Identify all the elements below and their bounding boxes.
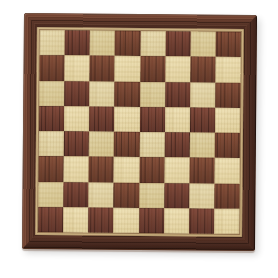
square-d2 <box>114 182 139 207</box>
product-photo <box>0 0 278 278</box>
square-c2 <box>89 182 114 207</box>
square-h1 <box>214 208 239 233</box>
square-c7 <box>90 56 115 81</box>
square-e7 <box>140 56 165 81</box>
board-frame-bottom <box>22 235 255 251</box>
square-c5 <box>89 106 114 131</box>
square-f2 <box>164 183 189 208</box>
square-c8 <box>90 31 115 56</box>
square-g7 <box>190 57 215 82</box>
square-b5 <box>64 106 89 131</box>
square-e1 <box>139 208 164 233</box>
square-f1 <box>164 208 189 233</box>
square-d7 <box>115 56 140 81</box>
square-f4 <box>164 132 189 157</box>
square-g3 <box>189 158 214 183</box>
square-e5 <box>140 107 165 132</box>
square-a8 <box>40 30 65 55</box>
board-squares-grid <box>38 30 241 234</box>
board-fillet-border <box>35 27 244 237</box>
square-h8 <box>216 32 241 57</box>
square-c4 <box>89 132 114 157</box>
square-b6 <box>64 81 89 106</box>
square-e3 <box>139 157 164 182</box>
chess-board <box>22 13 257 251</box>
square-c3 <box>89 157 114 182</box>
square-b2 <box>63 182 88 207</box>
square-b1 <box>63 207 88 232</box>
square-c1 <box>88 207 113 232</box>
square-b8 <box>65 30 90 55</box>
square-f5 <box>165 107 190 132</box>
square-a6 <box>39 81 64 106</box>
square-a2 <box>38 182 63 207</box>
square-g1 <box>189 208 214 233</box>
square-g4 <box>190 132 215 157</box>
square-g8 <box>190 31 215 56</box>
square-a3 <box>39 156 64 181</box>
square-d5 <box>114 107 139 132</box>
square-d8 <box>115 31 140 56</box>
square-g2 <box>189 183 214 208</box>
square-g6 <box>190 82 215 107</box>
square-h6 <box>215 82 240 107</box>
square-a7 <box>39 55 64 80</box>
square-g5 <box>190 107 215 132</box>
square-a1 <box>38 207 63 232</box>
square-d1 <box>113 208 138 233</box>
square-e8 <box>140 31 165 56</box>
square-h7 <box>215 57 240 82</box>
square-e2 <box>139 182 164 207</box>
square-f7 <box>165 56 190 81</box>
square-h5 <box>215 107 240 132</box>
square-b7 <box>65 56 90 81</box>
square-e6 <box>140 82 165 107</box>
square-d4 <box>114 132 139 157</box>
square-a4 <box>39 131 64 156</box>
square-f3 <box>164 157 189 182</box>
square-h2 <box>214 183 239 208</box>
square-b4 <box>64 131 89 156</box>
square-c6 <box>89 81 114 106</box>
square-e4 <box>139 132 164 157</box>
square-f8 <box>165 31 190 56</box>
board-frame-right <box>242 15 257 251</box>
square-f6 <box>165 82 190 107</box>
square-a5 <box>39 106 64 131</box>
square-d6 <box>115 81 140 106</box>
square-h3 <box>214 158 239 183</box>
square-d3 <box>114 157 139 182</box>
square-b3 <box>64 157 89 182</box>
square-h4 <box>215 133 240 158</box>
